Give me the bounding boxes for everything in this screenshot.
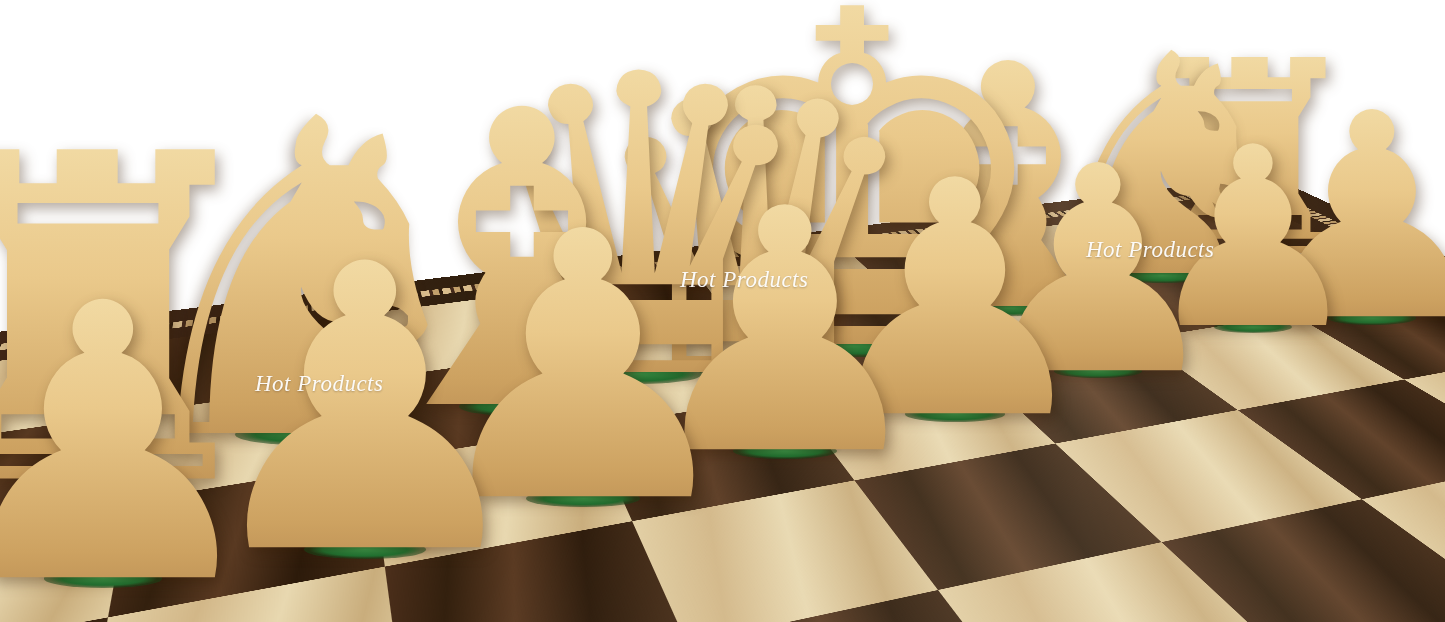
chess-set-photo: ♜♟♞♟♝♟♛♛♟♚♟♝♟♞♟♜♟ Hot ProductsHot Produc… [0, 0, 1445, 622]
white-pawn-a: ♟ [0, 255, 294, 622]
pieces-layer: ♜♟♞♟♝♟♛♛♟♚♟♝♟♞♟♜♟ [0, 0, 1445, 622]
